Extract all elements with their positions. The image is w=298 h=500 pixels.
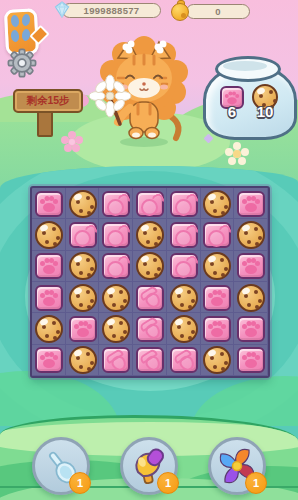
bomb-tile[interactable] <box>102 253 130 279</box>
bell-icon <box>170 0 190 20</box>
acorn-icon <box>137 285 162 311</box>
moves-remaining-label: 剩余15步 <box>13 89 83 113</box>
cell-r5c2[interactable] <box>66 313 100 344</box>
cell-r1c4[interactable] <box>133 188 167 219</box>
cookie-tile[interactable] <box>69 252 97 280</box>
bomb-icon <box>106 225 126 245</box>
acorn-tile[interactable] <box>136 316 164 342</box>
game-screen: 1999888577 0 剩余15步 6 10 <box>0 0 298 500</box>
cookie-tile[interactable] <box>237 221 265 249</box>
gem-count: 1999888577 <box>84 5 140 16</box>
goal-jar: 6 10 <box>203 56 291 134</box>
paw-icon <box>40 196 58 212</box>
cell-r6c5[interactable] <box>167 345 201 376</box>
cell-r1c5[interactable] <box>167 188 201 219</box>
cookie-tile[interactable] <box>69 284 97 312</box>
spoon-count-badge: 1 <box>69 472 91 494</box>
cookie-tile[interactable] <box>35 221 63 249</box>
acorn-tile[interactable] <box>170 347 198 373</box>
goal-cookie-count: 10 <box>252 103 278 120</box>
cell-r3c4[interactable] <box>133 251 167 282</box>
bomb-icon <box>207 225 227 245</box>
bell-count: 0 <box>215 6 221 17</box>
gem-icon <box>53 1 71 18</box>
bomb-tile[interactable] <box>102 222 130 248</box>
cookie-tile[interactable] <box>136 252 164 280</box>
paw-icon <box>40 258 58 274</box>
cell-r1c3[interactable] <box>99 188 133 219</box>
cell-r5c4[interactable] <box>133 313 167 344</box>
paw-icon <box>74 321 92 337</box>
acorn-icon <box>171 348 196 374</box>
acorn-tile[interactable] <box>136 285 164 311</box>
cell-r5c6[interactable] <box>201 313 235 344</box>
paw-tile[interactable] <box>237 253 265 279</box>
cell-r5c3[interactable] <box>99 313 133 344</box>
pinwheel-count-badge: 1 <box>245 472 267 494</box>
bomb-icon <box>174 194 194 214</box>
cell-r4c5[interactable] <box>167 282 201 313</box>
settings-gear-icon[interactable] <box>5 46 39 80</box>
moves-sign: 剩余15步 <box>13 89 85 133</box>
paw-tile[interactable] <box>35 285 63 311</box>
cell-r6c4[interactable] <box>133 345 167 376</box>
paw-tile[interactable] <box>237 316 265 342</box>
cell-r6c7[interactable] <box>234 345 268 376</box>
cookie-tile[interactable] <box>203 190 231 218</box>
bell-counter: 0 <box>186 4 250 19</box>
cell-r5c7[interactable] <box>234 313 268 344</box>
cell-r1c7[interactable] <box>234 188 268 219</box>
cell-r3c3[interactable] <box>99 251 133 282</box>
bomb-icon <box>140 194 160 214</box>
bomb-icon <box>106 194 126 214</box>
paw-icon <box>242 321 260 337</box>
powerup-spoon-button[interactable]: 1 <box>32 437 90 495</box>
cookie-tile[interactable] <box>170 315 198 343</box>
paw-icon <box>242 196 260 212</box>
cell-r4c7[interactable] <box>234 282 268 313</box>
goal-paw-count: 6 <box>220 103 244 120</box>
paw-icon <box>208 290 226 306</box>
cell-r2c6[interactable] <box>201 219 235 250</box>
bomb-icon <box>73 225 93 245</box>
pink-flower <box>60 130 84 154</box>
cell-r2c3[interactable] <box>99 219 133 250</box>
cell-r2c5[interactable] <box>167 219 201 250</box>
cell-r2c2[interactable] <box>66 219 100 250</box>
cell-r1c6[interactable] <box>201 188 235 219</box>
cookie-tile[interactable] <box>203 346 231 374</box>
cell-r4c1[interactable] <box>32 282 66 313</box>
bomb-tile[interactable] <box>170 222 198 248</box>
cell-r2c4[interactable] <box>133 219 167 250</box>
cell-r4c4[interactable] <box>133 282 167 313</box>
paw-tile[interactable] <box>35 191 63 217</box>
powerup-pinwheel-button[interactable]: 1 <box>208 437 266 495</box>
paw-icon <box>40 290 58 306</box>
bomb-tile[interactable] <box>102 191 130 217</box>
acorn-icon <box>137 348 162 374</box>
cell-r1c1[interactable] <box>32 188 66 219</box>
cookie-tile[interactable] <box>237 284 265 312</box>
cell-r6c6[interactable] <box>201 345 235 376</box>
paw-tile[interactable] <box>203 285 231 311</box>
cell-r4c6[interactable] <box>201 282 235 313</box>
paw-tile[interactable] <box>203 316 231 342</box>
cookie-tile[interactable] <box>136 221 164 249</box>
bomb-icon <box>174 225 194 245</box>
cell-r2c1[interactable] <box>32 219 66 250</box>
cell-r3c1[interactable] <box>32 251 66 282</box>
bomb-icon <box>174 256 194 276</box>
cell-r6c2[interactable] <box>66 345 100 376</box>
cell-r6c3[interactable] <box>99 345 133 376</box>
bomb-tile[interactable] <box>69 222 97 248</box>
cell-r5c1[interactable] <box>32 313 66 344</box>
cell-r4c2[interactable] <box>66 282 100 313</box>
bomb-icon <box>106 256 126 276</box>
paw-icon <box>242 352 260 368</box>
cookie-tile[interactable] <box>35 315 63 343</box>
paw-tile[interactable] <box>69 316 97 342</box>
paw-tile[interactable] <box>237 347 265 373</box>
cell-r3c2[interactable] <box>66 251 100 282</box>
cell-r5c5[interactable] <box>167 313 201 344</box>
cookie-tile[interactable] <box>170 284 198 312</box>
cell-r2c7[interactable] <box>234 219 268 250</box>
acorn-icon <box>104 348 129 374</box>
cookie-tile[interactable] <box>102 315 130 343</box>
acorn-tile[interactable] <box>102 347 130 373</box>
paw-tile[interactable] <box>237 191 265 217</box>
cat-character <box>86 34 198 152</box>
cookie-tile[interactable] <box>69 346 97 374</box>
paw-icon <box>242 258 260 274</box>
bomb-tile[interactable] <box>170 191 198 217</box>
board-grid <box>30 186 270 378</box>
cell-r1c2[interactable] <box>66 188 100 219</box>
cell-r6c1[interactable] <box>32 345 66 376</box>
acorn-tile[interactable] <box>136 347 164 373</box>
paw-icon <box>40 352 58 368</box>
cookie-tile[interactable] <box>102 284 130 312</box>
paw-tile[interactable] <box>35 347 63 373</box>
cell-r3c5[interactable] <box>167 251 201 282</box>
powerup-hammer-button[interactable]: 1 <box>120 437 178 495</box>
paw-icon <box>225 91 239 104</box>
paw-icon <box>208 321 226 337</box>
bomb-tile[interactable] <box>170 253 198 279</box>
gem-counter: 1999888577 <box>62 3 161 18</box>
cell-r4c3[interactable] <box>99 282 133 313</box>
cream-flower <box>225 142 251 168</box>
hammer-count-badge: 1 <box>157 472 179 494</box>
cookie-tile[interactable] <box>69 190 97 218</box>
cookie-tile[interactable] <box>203 252 231 280</box>
acorn-icon <box>137 316 162 342</box>
paw-tile[interactable] <box>35 253 63 279</box>
cell-r3c7[interactable] <box>234 251 268 282</box>
bomb-tile[interactable] <box>136 191 164 217</box>
bomb-tile[interactable] <box>203 222 231 248</box>
cell-r3c6[interactable] <box>201 251 235 282</box>
